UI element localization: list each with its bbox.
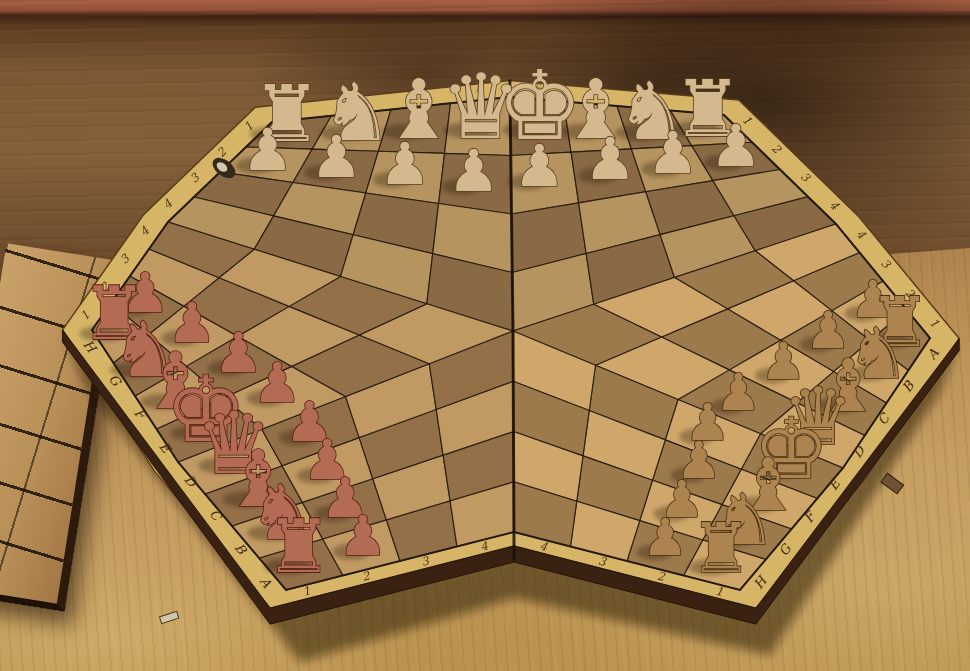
piece-top-g2-pawn[interactable]: ♟ (647, 119, 699, 187)
piece-top-c2-pawn[interactable]: ♟ (379, 130, 431, 198)
clasp-bottom-latch (160, 611, 179, 623)
piece-top-b2-pawn[interactable]: ♟ (310, 123, 362, 191)
shelf-scene: HAAGBBFCCEDDDEECFFBGGAHH1234432112344321… (0, 0, 970, 671)
piece-top-d2-pawn[interactable]: ♟ (448, 137, 500, 205)
piece-top-e2-pawn[interactable]: ♟ (513, 132, 565, 200)
piece-top-f2-pawn[interactable]: ♟ (584, 125, 636, 193)
piece-right-h2-pawn[interactable]: ♟ (642, 508, 688, 567)
piece-top-h2-pawn[interactable]: ♟ (710, 112, 762, 180)
piece-left-a2-pawn[interactable]: ♟ (338, 504, 387, 568)
piece-right-h1-rook[interactable]: ♜ (690, 508, 752, 588)
piece-top-a2-pawn[interactable]: ♟ (242, 116, 294, 184)
three-player-chess-board: HAAGBBFCCEDDDEECFFBGGAHH1234432112344321… (0, 0, 970, 671)
piece-left-a1-rook[interactable]: ♜ (266, 503, 332, 589)
